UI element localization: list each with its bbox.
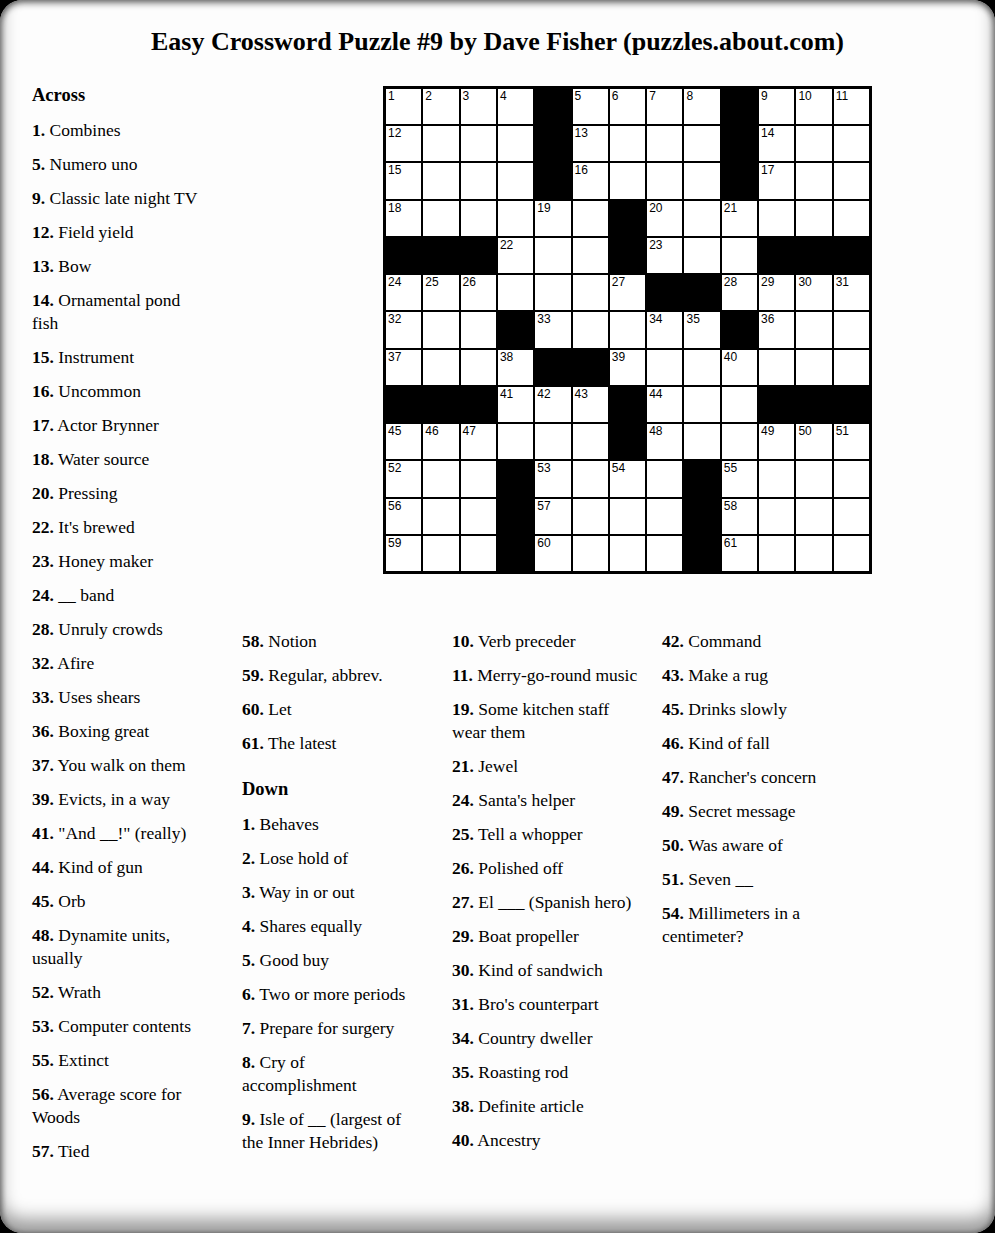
grid-cell-black <box>423 238 458 273</box>
grid-cell-black <box>498 536 533 571</box>
grid-cell[interactable] <box>461 499 496 534</box>
cell-number: 51 <box>836 425 849 437</box>
grid-cell-black <box>423 387 458 422</box>
clue-across-20: 20. Pressing <box>32 482 206 505</box>
grid-cell[interactable] <box>647 350 682 385</box>
grid-cell[interactable]: 26 <box>461 275 496 310</box>
grid-cell[interactable]: 50 <box>796 424 831 459</box>
grid-cell[interactable] <box>796 201 831 236</box>
grid-cell[interactable]: 17 <box>759 163 794 198</box>
clue-number: 48. <box>32 925 54 945</box>
clue-across-12: 12. Field yield <box>32 221 206 244</box>
grid-cell[interactable] <box>834 163 869 198</box>
grid-cell[interactable]: 37 <box>386 350 421 385</box>
grid-cell[interactable] <box>647 126 682 161</box>
grid-cell[interactable] <box>423 461 458 496</box>
clue-across-24: 24. __ band <box>32 584 206 607</box>
grid-cell[interactable]: 15 <box>386 163 421 198</box>
grid-cell-black <box>386 387 421 422</box>
grid-cell[interactable] <box>498 201 533 236</box>
cell-number: 9 <box>761 90 768 102</box>
cell-number: 44 <box>649 388 662 400</box>
grid-cell[interactable] <box>498 126 533 161</box>
grid-cell[interactable]: 25 <box>423 275 458 310</box>
cell-number: 39 <box>612 351 625 363</box>
grid-cell[interactable]: 22 <box>498 238 533 273</box>
clue-across-13: 13. Bow <box>32 255 206 278</box>
grid-cell[interactable] <box>796 499 831 534</box>
grid-cell-black <box>610 387 645 422</box>
cell-number: 49 <box>761 425 774 437</box>
clue-down-40: 40. Ancestry <box>452 1129 640 1152</box>
grid-cell[interactable] <box>796 163 831 198</box>
clue-number: 31. <box>452 994 474 1014</box>
grid-cell[interactable]: 3 <box>461 89 496 124</box>
cell-number: 48 <box>649 425 662 437</box>
grid-cell[interactable]: 47 <box>461 424 496 459</box>
cell-number: 2 <box>425 90 432 102</box>
cell-number: 45 <box>388 425 401 437</box>
grid-cell-black <box>722 89 757 124</box>
cell-number: 20 <box>649 202 662 214</box>
grid-cell[interactable] <box>535 275 570 310</box>
grid-cell-black <box>498 461 533 496</box>
grid-cell[interactable]: 44 <box>647 387 682 422</box>
grid-cell[interactable] <box>461 312 496 347</box>
cell-number: 16 <box>575 164 588 176</box>
clue-number: 5. <box>32 154 45 174</box>
grid-cell[interactable]: 46 <box>423 424 458 459</box>
clue-number: 19. <box>452 699 474 719</box>
grid-cell[interactable]: 9 <box>759 89 794 124</box>
grid-cell[interactable] <box>834 312 869 347</box>
clue-number: 24. <box>452 790 474 810</box>
clue-number: 58. <box>242 631 264 651</box>
grid-cell[interactable] <box>423 201 458 236</box>
clue-across-22: 22. It's brewed <box>32 516 206 539</box>
grid-cell-black <box>834 238 869 273</box>
grid-cell[interactable] <box>535 238 570 273</box>
clue-down-38: 38. Definite article <box>452 1095 640 1118</box>
grid-cell[interactable] <box>461 461 496 496</box>
clue-down-24: 24. Santa's helper <box>452 789 640 812</box>
clue-down-11: 11. Merry-go-round music <box>452 664 640 687</box>
grid-cell[interactable]: 32 <box>386 312 421 347</box>
cell-number: 17 <box>761 164 774 176</box>
cell-number: 19 <box>537 202 550 214</box>
clue-across-28: 28. Unruly crowds <box>32 618 206 641</box>
clue-across-39: 39. Evicts, in a way <box>32 788 206 811</box>
cell-number: 55 <box>724 462 737 474</box>
grid-cell[interactable] <box>796 461 831 496</box>
grid-cell[interactable] <box>647 163 682 198</box>
grid-cell[interactable] <box>684 350 719 385</box>
clue-number: 18. <box>32 449 54 469</box>
clue-number: 10. <box>452 631 474 651</box>
clue-number: 49. <box>662 801 684 821</box>
puzzle-page: Easy Crossword Puzzle #9 by Dave Fisher … <box>0 0 995 1233</box>
clue-down-6: 6. Two or more periods <box>242 983 416 1006</box>
clue-across-5: 5. Numero uno <box>32 153 206 176</box>
cell-number: 34 <box>649 313 662 325</box>
cell-number: 21 <box>724 202 737 214</box>
grid-cell[interactable]: 10 <box>796 89 831 124</box>
grid-cell[interactable]: 2 <box>423 89 458 124</box>
grid-cell[interactable]: 48 <box>647 424 682 459</box>
grid-cell[interactable] <box>684 238 719 273</box>
clue-down-19: 19. Some kitchen staff wear them <box>452 698 640 744</box>
clue-down-7: 7. Prepare for surgery <box>242 1017 416 1040</box>
clue-number: 51. <box>662 869 684 889</box>
clue-number: 41. <box>32 823 54 843</box>
cell-number: 29 <box>761 276 774 288</box>
clue-across-55: 55. Extinct <box>32 1049 206 1072</box>
clue-number: 20. <box>32 483 54 503</box>
grid-cell[interactable] <box>684 126 719 161</box>
grid-cell[interactable]: 49 <box>759 424 794 459</box>
clue-across-1: 1. Combines <box>32 119 206 142</box>
clue-down-8: 8. Cry of accomplishment <box>242 1051 416 1097</box>
grid-cell[interactable]: 4 <box>498 89 533 124</box>
grid-cell[interactable]: 58 <box>722 499 757 534</box>
grid-cell[interactable]: 60 <box>535 536 570 571</box>
clue-number: 21. <box>452 756 474 776</box>
grid-cell[interactable]: 20 <box>647 201 682 236</box>
grid-cell[interactable] <box>573 499 608 534</box>
clue-number: 53. <box>32 1016 54 1036</box>
clue-across-33: 33. Uses shears <box>32 686 206 709</box>
clue-down-42: 42. Command <box>662 630 856 653</box>
grid-cell[interactable] <box>461 126 496 161</box>
grid-cell[interactable] <box>498 275 533 310</box>
clue-number: 15. <box>32 347 54 367</box>
grid-cell[interactable]: 41 <box>498 387 533 422</box>
grid-cell[interactable] <box>834 201 869 236</box>
grid-cell-black <box>722 126 757 161</box>
clue-number: 38. <box>452 1096 474 1116</box>
grid-cell[interactable] <box>647 461 682 496</box>
clue-number: 33. <box>32 687 54 707</box>
grid-cell[interactable]: 21 <box>722 201 757 236</box>
grid-cell[interactable]: 36 <box>759 312 794 347</box>
cell-number: 5 <box>575 90 582 102</box>
grid-cell[interactable] <box>461 350 496 385</box>
grid-cell[interactable] <box>573 275 608 310</box>
grid-cell[interactable] <box>423 350 458 385</box>
clue-across-56: 56. Average score for Woods <box>32 1083 206 1129</box>
grid-cell[interactable]: 1 <box>386 89 421 124</box>
cell-number: 50 <box>798 425 811 437</box>
grid-cell[interactable] <box>498 424 533 459</box>
cell-number: 38 <box>500 351 513 363</box>
clue-number: 59. <box>242 665 264 685</box>
clue-column-3: 10. Verb preceder11. Merry-go-round musi… <box>452 630 640 1163</box>
grid-cell[interactable] <box>461 536 496 571</box>
clue-across-60: 60. Let <box>242 698 416 721</box>
grid-cell[interactable]: 57 <box>535 499 570 534</box>
clue-across-45: 45. Orb <box>32 890 206 913</box>
grid-cell[interactable]: 54 <box>610 461 645 496</box>
clue-down-45: 45. Drinks slowly <box>662 698 856 721</box>
clue-number: 22. <box>32 517 54 537</box>
grid-cell[interactable]: 19 <box>535 201 570 236</box>
clue-number: 61. <box>242 733 264 753</box>
grid-cell[interactable]: 42 <box>535 387 570 422</box>
grid-cell-black <box>610 424 645 459</box>
clue-number: 28. <box>32 619 54 639</box>
grid-cell[interactable] <box>834 350 869 385</box>
grid-cell[interactable] <box>423 499 458 534</box>
grid-cell[interactable] <box>498 163 533 198</box>
cell-number: 18 <box>388 202 401 214</box>
cell-number: 37 <box>388 351 401 363</box>
clue-number: 57. <box>32 1141 54 1161</box>
grid-cell[interactable] <box>610 126 645 161</box>
clue-number: 52. <box>32 982 54 1002</box>
clue-across-15: 15. Instrument <box>32 346 206 369</box>
clue-across-61: 61. The latest <box>242 732 416 755</box>
cell-number: 42 <box>537 388 550 400</box>
grid-cell[interactable] <box>834 461 869 496</box>
grid-cell[interactable]: 61 <box>722 536 757 571</box>
down-header: Down <box>242 778 416 801</box>
grid-cell[interactable] <box>759 461 794 496</box>
grid-cell[interactable]: 45 <box>386 424 421 459</box>
clue-across-57: 57. Tied <box>32 1140 206 1163</box>
grid-cell[interactable]: 34 <box>647 312 682 347</box>
clue-down-25: 25. Tell a whopper <box>452 823 640 846</box>
clue-number: 55. <box>32 1050 54 1070</box>
grid-cell-black <box>386 238 421 273</box>
grid-cell[interactable]: 56 <box>386 499 421 534</box>
grid-cell[interactable] <box>423 163 458 198</box>
clue-number: 29. <box>452 926 474 946</box>
grid-cell-black <box>647 275 682 310</box>
grid-cell[interactable]: 52 <box>386 461 421 496</box>
grid-cell-black <box>461 238 496 273</box>
clue-down-47: 47. Rancher's concern <box>662 766 856 789</box>
clue-down-26: 26. Polished off <box>452 857 640 880</box>
grid-cell-black <box>535 350 570 385</box>
grid-cell[interactable]: 59 <box>386 536 421 571</box>
grid-cell[interactable]: 18 <box>386 201 421 236</box>
grid-cell-black <box>573 350 608 385</box>
grid-cell[interactable] <box>610 312 645 347</box>
grid-cell[interactable] <box>684 387 719 422</box>
grid-cell[interactable] <box>423 536 458 571</box>
cell-number: 11 <box>836 90 848 102</box>
grid-cell[interactable]: 38 <box>498 350 533 385</box>
grid-cell[interactable] <box>722 238 757 273</box>
grid-cell[interactable] <box>461 201 496 236</box>
grid-cell[interactable] <box>796 126 831 161</box>
grid-cell[interactable] <box>759 350 794 385</box>
clue-number: 32. <box>32 653 54 673</box>
grid-cell-black <box>759 238 794 273</box>
grid-cell-black <box>461 387 496 422</box>
clue-number: 50. <box>662 835 684 855</box>
grid-cell[interactable] <box>834 536 869 571</box>
clue-number: 25. <box>452 824 474 844</box>
clue-number: 5. <box>242 950 255 970</box>
clue-number: 44. <box>32 857 54 877</box>
grid-cell[interactable] <box>423 312 458 347</box>
grid-cell-black <box>759 387 794 422</box>
grid-cell-black <box>834 387 869 422</box>
cell-number: 6 <box>612 90 619 102</box>
clue-number: 9. <box>32 188 45 208</box>
clue-down-51: 51. Seven __ <box>662 868 856 891</box>
grid-cell[interactable]: 28 <box>722 275 757 310</box>
grid-cell[interactable] <box>796 312 831 347</box>
grid-cell[interactable]: 23 <box>647 238 682 273</box>
cell-number: 60 <box>537 537 550 549</box>
clue-across-14: 14. Ornamental pond fish <box>32 289 206 335</box>
grid-cell[interactable] <box>461 163 496 198</box>
grid-cell[interactable] <box>759 499 794 534</box>
grid-cell[interactable] <box>684 163 719 198</box>
clue-across-32: 32. Afire <box>32 652 206 675</box>
clue-across-48: 48. Dynamite units, usually <box>32 924 206 970</box>
grid-cell[interactable] <box>722 424 757 459</box>
cell-number: 22 <box>500 239 513 251</box>
grid-cell-black <box>722 163 757 198</box>
grid-cell-black <box>684 536 719 571</box>
grid-cell[interactable]: 30 <box>796 275 831 310</box>
grid-cell[interactable] <box>610 163 645 198</box>
clue-column-4: 42. Command43. Make a rug45. Drinks slow… <box>662 630 856 959</box>
grid-cell[interactable] <box>573 238 608 273</box>
grid-cell[interactable] <box>684 424 719 459</box>
grid-cell[interactable]: 16 <box>573 163 608 198</box>
grid-cell-black <box>684 461 719 496</box>
cell-number: 23 <box>649 239 662 251</box>
grid-cell[interactable] <box>796 536 831 571</box>
clue-down-49: 49. Secret message <box>662 800 856 823</box>
clue-number: 26. <box>452 858 474 878</box>
grid-cell[interactable]: 39 <box>610 350 645 385</box>
grid-cell[interactable] <box>573 461 608 496</box>
clue-down-35: 35. Roasting rod <box>452 1061 640 1084</box>
cell-number: 33 <box>537 313 550 325</box>
grid-cell[interactable]: 6 <box>610 89 645 124</box>
grid-cell[interactable]: 14 <box>759 126 794 161</box>
grid-cell[interactable] <box>796 350 831 385</box>
cell-number: 7 <box>649 90 656 102</box>
grid-cell[interactable]: 33 <box>535 312 570 347</box>
grid-cell[interactable] <box>573 536 608 571</box>
clue-down-29: 29. Boat propeller <box>452 925 640 948</box>
cell-number: 40 <box>724 351 737 363</box>
grid-cell[interactable] <box>759 536 794 571</box>
clue-column-2: 58. Notion59. Regular, abbrev.60. Let61.… <box>242 630 416 1165</box>
clue-across-58: 58. Notion <box>242 630 416 653</box>
grid-cell-black <box>722 312 757 347</box>
cell-number: 31 <box>836 276 849 288</box>
clue-across-44: 44. Kind of gun <box>32 856 206 879</box>
grid-cell[interactable]: 11 <box>834 89 869 124</box>
grid-cell[interactable] <box>647 499 682 534</box>
grid-cell[interactable]: 35 <box>684 312 719 347</box>
cell-number: 57 <box>537 500 550 512</box>
grid-cell[interactable] <box>834 126 869 161</box>
clue-down-9: 9. Isle of __ (largest of the Inner Hebr… <box>242 1108 416 1154</box>
grid-cell[interactable] <box>423 126 458 161</box>
clue-down-34: 34. Country dweller <box>452 1027 640 1050</box>
cell-number: 58 <box>724 500 737 512</box>
grid-cell[interactable]: 40 <box>722 350 757 385</box>
grid-cell[interactable]: 53 <box>535 461 570 496</box>
clue-across-18: 18. Water source <box>32 448 206 471</box>
grid-cell[interactable]: 7 <box>647 89 682 124</box>
grid-cell-black <box>498 312 533 347</box>
grid-cell[interactable]: 29 <box>759 275 794 310</box>
grid-cell[interactable] <box>684 201 719 236</box>
grid-cell[interactable] <box>610 536 645 571</box>
clue-number: 54. <box>662 903 684 923</box>
grid-cell[interactable] <box>610 499 645 534</box>
clue-number: 11. <box>452 665 473 685</box>
grid-cell[interactable]: 24 <box>386 275 421 310</box>
grid-cell[interactable] <box>573 424 608 459</box>
cell-number: 53 <box>537 462 550 474</box>
clue-number: 56. <box>32 1084 54 1104</box>
clue-number: 13. <box>32 256 54 276</box>
grid-cell[interactable] <box>759 201 794 236</box>
grid-cell[interactable] <box>573 201 608 236</box>
grid-cell[interactable] <box>834 499 869 534</box>
cell-number: 28 <box>724 276 737 288</box>
clue-number: 2. <box>242 848 255 868</box>
grid-cell[interactable]: 27 <box>610 275 645 310</box>
grid-cell[interactable]: 51 <box>834 424 869 459</box>
grid-cell[interactable] <box>647 536 682 571</box>
cell-number: 54 <box>612 462 625 474</box>
grid-cell[interactable]: 55 <box>722 461 757 496</box>
clue-number: 8. <box>242 1052 255 1072</box>
cell-number: 52 <box>388 462 401 474</box>
clue-number: 43. <box>662 665 684 685</box>
grid-cell[interactable]: 43 <box>573 387 608 422</box>
clue-number: 3. <box>242 882 255 902</box>
grid-cell[interactable] <box>535 424 570 459</box>
grid-cell[interactable] <box>722 387 757 422</box>
grid-cell-black <box>684 275 719 310</box>
cell-number: 13 <box>575 127 588 139</box>
grid-cell[interactable]: 12 <box>386 126 421 161</box>
clue-number: 6. <box>242 984 255 1004</box>
clue-number: 24. <box>32 585 54 605</box>
grid-cell[interactable]: 8 <box>684 89 719 124</box>
clue-across-17: 17. Actor Brynner <box>32 414 206 437</box>
clue-number: 16. <box>32 381 54 401</box>
clue-down-1: 1. Behaves <box>242 813 416 836</box>
clue-number: 4. <box>242 916 255 936</box>
grid-cell[interactable]: 5 <box>573 89 608 124</box>
clue-number: 39. <box>32 789 54 809</box>
grid-cell-black <box>535 163 570 198</box>
cell-number: 15 <box>388 164 401 176</box>
clue-number: 17. <box>32 415 54 435</box>
cell-number: 56 <box>388 500 401 512</box>
grid-cell[interactable] <box>573 312 608 347</box>
grid-cell-black <box>610 201 645 236</box>
grid-cell[interactable]: 13 <box>573 126 608 161</box>
clue-number: 7. <box>242 1018 255 1038</box>
grid-cell[interactable]: 31 <box>834 275 869 310</box>
clue-down-50: 50. Was aware of <box>662 834 856 857</box>
clue-number: 45. <box>662 699 684 719</box>
